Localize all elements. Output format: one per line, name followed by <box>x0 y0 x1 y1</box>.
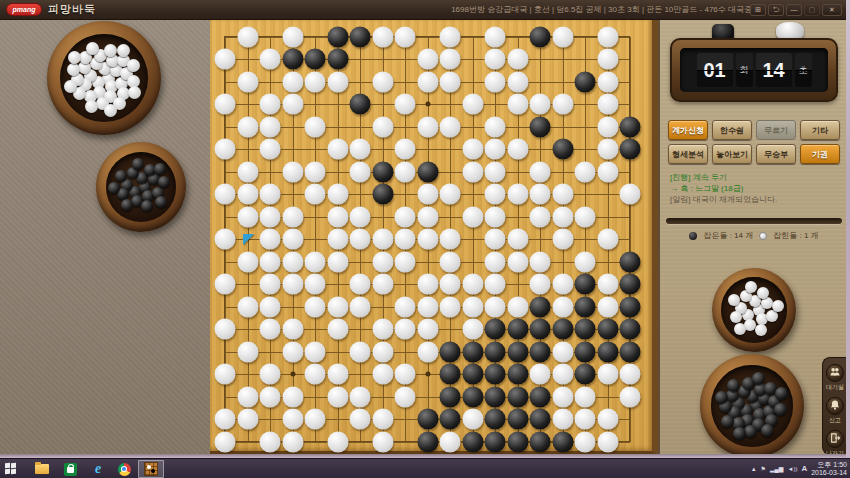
system-tray: ▲ ⚑ ▂▄▆ ◄)) A 오후 1:50 2016-03-14 <box>751 460 847 478</box>
bowl-stone-white <box>128 86 141 99</box>
white-stone <box>282 229 303 250</box>
white-stone <box>395 229 416 250</box>
leave-room-button[interactable] <box>826 430 844 448</box>
black-stone-bowl-left-inner <box>106 152 176 222</box>
white-stone <box>462 319 483 340</box>
white-stone <box>237 71 258 92</box>
white-stone <box>372 319 393 340</box>
bowl-stone-black <box>121 199 133 211</box>
bowl-stone-black <box>775 387 788 400</box>
clock-count-unit: 회 <box>736 53 753 87</box>
bowl-stone-black <box>141 200 153 212</box>
white-stone <box>282 26 303 47</box>
white-stone <box>282 161 303 182</box>
white-stone <box>327 296 348 317</box>
white-stone <box>597 364 618 385</box>
white-stone <box>237 116 258 137</box>
bowl-stone-white <box>104 104 117 117</box>
black-stone <box>552 431 573 452</box>
panel-divider <box>666 218 842 224</box>
white-stone <box>552 229 573 250</box>
clock-seconds-value: 14 <box>756 53 792 87</box>
popup-window-button[interactable]: ⊞ <box>750 4 766 16</box>
volume-icon[interactable]: ◄)) <box>787 465 797 473</box>
white-stone <box>350 409 371 430</box>
captured-by-black-label: 잡은돌 : 14 개 <box>703 230 753 241</box>
people-icon <box>829 364 841 382</box>
white-stone <box>597 431 618 452</box>
white-stone <box>372 409 393 430</box>
message-line: → 흑 : 느그말 (18급) <box>670 183 840 194</box>
star-point <box>290 372 295 377</box>
white-stone <box>597 161 618 182</box>
white-stone <box>417 116 438 137</box>
white-stone <box>305 296 326 317</box>
black-stone <box>530 26 551 47</box>
internet-explorer-icon[interactable]: e <box>86 461 110 477</box>
white-stone <box>395 364 416 385</box>
white-stone <box>350 161 371 182</box>
taskbar: e ▲ ⚑ ▂▄▆ ◄)) A 오후 1:50 2016-03-14 <box>0 458 850 478</box>
white-stone <box>260 229 281 250</box>
baduk-app-icon <box>144 462 158 476</box>
white-stone <box>282 319 303 340</box>
white-stone <box>327 229 348 250</box>
black-stone <box>372 161 393 182</box>
black-stone <box>485 431 506 452</box>
white-stone <box>305 364 326 385</box>
white-stone <box>350 229 371 250</box>
windows-store-icon[interactable] <box>58 461 82 477</box>
white-stone <box>372 71 393 92</box>
white-stone <box>372 229 393 250</box>
black-stone-bowl-left <box>96 142 186 232</box>
white-stone <box>282 94 303 115</box>
white-stone-bowl-right-inner <box>721 277 787 343</box>
analysis-button[interactable]: 형세분석 <box>668 144 708 164</box>
white-stone <box>575 386 596 407</box>
bowl-stone-black <box>132 158 144 170</box>
white-stone <box>237 341 258 362</box>
white-stone <box>372 116 393 137</box>
white-stone <box>440 184 461 205</box>
bowl-stone-white <box>772 300 784 312</box>
white-stone <box>507 296 528 317</box>
bowl-stone-black <box>774 403 787 416</box>
action-center-flag-icon[interactable]: ⚑ <box>761 465 766 473</box>
white-stone <box>530 94 551 115</box>
black-stone <box>530 341 551 362</box>
white-stone <box>462 206 483 227</box>
white-stone <box>395 26 416 47</box>
black-stone <box>597 341 618 362</box>
white-stone <box>575 206 596 227</box>
white-stone <box>485 296 506 317</box>
desktop-edge <box>846 0 850 458</box>
black-stone <box>552 139 573 160</box>
white-stone-icon <box>759 232 767 240</box>
white-stone <box>395 386 416 407</box>
white-stone <box>260 296 281 317</box>
white-stone <box>552 364 573 385</box>
white-stone <box>462 161 483 182</box>
black-stone <box>507 431 528 452</box>
white-stone <box>417 49 438 70</box>
white-stone <box>530 206 551 227</box>
draw-button[interactable]: 무승부 <box>756 144 796 164</box>
white-stone <box>260 94 281 115</box>
white-stone <box>530 274 551 295</box>
tray-clock[interactable]: 오후 1:50 2016-03-14 <box>811 461 847 477</box>
white-stone <box>237 161 258 182</box>
white-stone <box>215 319 236 340</box>
black-stone <box>530 431 551 452</box>
white-stone <box>417 229 438 250</box>
pass-button[interactable]: 한수쉼 <box>712 120 752 140</box>
white-stone <box>620 184 641 205</box>
action-button-grid: 계가신청 한수쉼 무르기 기타 형세분석 놓아보기 무승부 기권 <box>668 120 840 164</box>
move-cursor-marker <box>243 234 254 245</box>
bowl-stone-white <box>755 324 767 336</box>
left-panel <box>0 20 210 455</box>
clock-seconds-unit: 초 <box>795 53 812 87</box>
tray-expand-icon[interactable]: ▲ <box>751 465 757 473</box>
white-stone <box>327 251 348 272</box>
bowl-stone-white <box>67 63 80 76</box>
white-stone <box>485 161 506 182</box>
request-count-button[interactable]: 계가신청 <box>668 120 708 140</box>
white-stone <box>530 251 551 272</box>
white-stone <box>237 206 258 227</box>
white-stone <box>485 71 506 92</box>
black-stone <box>620 296 641 317</box>
white-stone <box>215 364 236 385</box>
white-stone <box>327 386 348 407</box>
ime-language-icon[interactable]: A <box>801 465 807 473</box>
black-stone <box>620 139 641 160</box>
white-stone <box>215 274 236 295</box>
white-stone <box>305 251 326 272</box>
white-stone <box>327 206 348 227</box>
tray-time-text: 오후 1:50 <box>811 461 847 469</box>
clock-face: 01 회 14 초 <box>680 48 828 92</box>
black-stone <box>552 319 573 340</box>
white-stone <box>440 71 461 92</box>
white-stone <box>552 296 573 317</box>
black-stone <box>620 274 641 295</box>
white-stone <box>215 94 236 115</box>
black-stone <box>350 26 371 47</box>
white-stone <box>305 184 326 205</box>
white-stone <box>507 71 528 92</box>
black-stone-icon <box>689 232 697 240</box>
black-stone-bowl-right <box>700 354 804 458</box>
network-icon[interactable]: ▂▄▆ <box>770 465 783 473</box>
white-stone <box>575 251 596 272</box>
white-stone <box>462 296 483 317</box>
white-stone <box>485 229 506 250</box>
white-stone <box>237 26 258 47</box>
white-stone <box>327 319 348 340</box>
white-stone <box>417 206 438 227</box>
black-stone <box>485 341 506 362</box>
white-stone <box>597 71 618 92</box>
start-button[interactable] <box>5 463 22 475</box>
bowl-stone-white <box>734 323 746 335</box>
white-stone <box>327 184 348 205</box>
white-stone <box>507 251 528 272</box>
white-stone <box>417 341 438 362</box>
game-info-bar: 1698번방 승강급대국 | 호선 | 덤6.5집 공제 | 30초 3회 | … <box>451 0 752 20</box>
white-stone <box>440 26 461 47</box>
white-stone <box>597 274 618 295</box>
white-stone <box>485 26 506 47</box>
white-stone <box>282 409 303 430</box>
white-stone <box>485 49 506 70</box>
file-explorer-icon[interactable] <box>30 461 54 477</box>
white-stone <box>260 206 281 227</box>
etc-button[interactable]: 기타 <box>800 120 840 140</box>
white-stone <box>350 139 371 160</box>
waiting-room-button[interactable] <box>826 364 844 382</box>
white-stone <box>327 71 348 92</box>
white-stone <box>282 71 303 92</box>
black-stone <box>530 409 551 430</box>
message-line: [알림] 대국이 재개되었습니다. <box>670 194 840 205</box>
white-stone <box>305 341 326 362</box>
minimize-button[interactable]: — <box>786 4 802 16</box>
black-stone <box>417 161 438 182</box>
white-stone <box>552 386 573 407</box>
title-bar: pmang 피망바둑 1698번방 승강급대국 | 호선 | 덤6.5집 공제 … <box>0 0 846 20</box>
star-point <box>425 102 430 107</box>
white-stone <box>305 116 326 137</box>
black-stone <box>462 364 483 385</box>
white-stone <box>305 71 326 92</box>
byoyomi-clock: 01 회 14 초 <box>670 38 838 102</box>
black-stone <box>327 26 348 47</box>
black-stone <box>530 296 551 317</box>
black-stone <box>507 319 528 340</box>
white-stone <box>597 49 618 70</box>
white-stone <box>327 364 348 385</box>
white-stone <box>260 251 281 272</box>
bowl-stone-white <box>766 310 778 322</box>
white-stone <box>260 139 281 160</box>
black-stone <box>530 319 551 340</box>
black-stone <box>327 49 348 70</box>
white-stone <box>260 431 281 452</box>
white-stone <box>620 386 641 407</box>
black-stone <box>530 116 551 137</box>
bell-icon <box>829 397 841 415</box>
white-stone <box>237 251 258 272</box>
black-stone <box>462 386 483 407</box>
white-stone <box>552 94 573 115</box>
white-stone <box>485 184 506 205</box>
maximize-button: ▢ <box>804 4 820 16</box>
white-stone <box>552 274 573 295</box>
black-stone <box>372 184 393 205</box>
white-stone <box>530 184 551 205</box>
go-board[interactable] <box>210 20 658 455</box>
white-stone <box>395 139 416 160</box>
white-stone <box>237 296 258 317</box>
message-line: [진행] 계속 두기 <box>670 172 840 183</box>
white-stone <box>417 319 438 340</box>
black-stone <box>507 409 528 430</box>
white-stone <box>395 251 416 272</box>
tray-date-text: 2016-03-14 <box>811 469 847 477</box>
white-stone <box>552 206 573 227</box>
white-stone <box>395 319 416 340</box>
white-stone <box>575 409 596 430</box>
white-stone-bowl-left <box>47 21 161 135</box>
bowl-stone-black <box>733 427 746 440</box>
bowl-stone-black <box>715 391 728 404</box>
black-stone <box>575 341 596 362</box>
black-stone <box>507 386 528 407</box>
black-stone <box>575 319 596 340</box>
black-stone <box>507 364 528 385</box>
black-stone <box>440 364 461 385</box>
waiting-room-label: 대기실 <box>823 383 847 392</box>
white-stone <box>440 116 461 137</box>
resign-button[interactable]: 기권 <box>800 144 840 164</box>
white-stone <box>440 229 461 250</box>
white-stone <box>282 274 303 295</box>
white-stone <box>372 364 393 385</box>
white-stone <box>350 206 371 227</box>
bowl-stone-black <box>154 163 166 175</box>
white-stone <box>282 251 303 272</box>
white-stone <box>485 274 506 295</box>
black-stone <box>485 386 506 407</box>
baduk-app-taskbar-button[interactable] <box>138 460 164 478</box>
white-stone <box>215 409 236 430</box>
black-stone <box>620 116 641 137</box>
white-stone <box>350 386 371 407</box>
white-stone <box>260 386 281 407</box>
white-stone <box>462 94 483 115</box>
report-label: 신고 <box>823 416 847 425</box>
white-stone <box>575 161 596 182</box>
black-stone <box>485 409 506 430</box>
white-stone <box>327 431 348 452</box>
white-stone <box>237 386 258 407</box>
bowl-stone-white <box>730 311 742 323</box>
white-stone <box>597 296 618 317</box>
white-stone <box>620 364 641 385</box>
pmang-logo: pmang <box>6 3 42 16</box>
white-stone <box>282 386 303 407</box>
black-stone <box>620 319 641 340</box>
white-stone <box>552 184 573 205</box>
bowl-stone-white <box>64 80 77 93</box>
black-stone <box>485 319 506 340</box>
screen: pmang 피망바둑 1698번방 승강급대국 | 호선 | 덤6.5집 공제 … <box>0 0 850 478</box>
black-stone <box>417 409 438 430</box>
black-stone-bowl-right-inner <box>711 365 792 446</box>
exit-icon <box>829 430 841 448</box>
bowl-stone-black <box>108 182 120 194</box>
white-stone <box>260 274 281 295</box>
white-stone <box>237 184 258 205</box>
white-stone <box>440 49 461 70</box>
white-stone <box>530 364 551 385</box>
white-stone <box>507 184 528 205</box>
right-panel: 01 회 14 초 계가신청 한수쉼 무르기 기타 형세분석 놓아보기 무승부 … <box>658 20 846 455</box>
black-stone <box>462 341 483 362</box>
bowl-stone-white <box>745 281 757 293</box>
black-stone <box>575 71 596 92</box>
white-stone <box>350 341 371 362</box>
white-stone <box>597 26 618 47</box>
white-stone <box>215 139 236 160</box>
white-stone-bowl-left-inner <box>60 34 149 123</box>
white-stone <box>485 139 506 160</box>
bowl-stone-black <box>761 424 774 437</box>
bowl-stone-white <box>127 59 140 72</box>
white-stone <box>417 71 438 92</box>
white-stone <box>597 94 618 115</box>
white-stone <box>462 274 483 295</box>
white-stone <box>260 116 281 137</box>
black-stone <box>440 386 461 407</box>
bowl-stone-black <box>744 425 757 438</box>
white-stone <box>305 274 326 295</box>
white-stone <box>552 341 573 362</box>
white-stone <box>597 229 618 250</box>
white-stone <box>305 409 326 430</box>
chrome-icon[interactable] <box>112 461 136 477</box>
white-stone <box>395 206 416 227</box>
clock-count-value: 01 <box>697 53 733 87</box>
black-stone <box>597 319 618 340</box>
black-stone <box>530 386 551 407</box>
bowl-stone-black <box>158 176 170 188</box>
bowl-stone-black <box>155 196 167 208</box>
white-stone <box>552 26 573 47</box>
close-button[interactable]: ✕ <box>822 4 842 16</box>
white-stone <box>417 296 438 317</box>
black-stone <box>575 364 596 385</box>
try-moves-button[interactable]: 놓아보기 <box>712 144 752 164</box>
bowl-stone-white <box>757 287 769 299</box>
white-stone <box>395 161 416 182</box>
white-stone <box>350 296 371 317</box>
white-stone <box>305 161 326 182</box>
white-stone <box>417 274 438 295</box>
white-stone <box>260 184 281 205</box>
white-stone <box>395 94 416 115</box>
white-stone <box>440 431 461 452</box>
white-stone <box>350 274 371 295</box>
black-stone <box>350 94 371 115</box>
white-stone <box>507 94 528 115</box>
white-stone <box>282 206 303 227</box>
white-stone <box>282 431 303 452</box>
white-stone <box>372 274 393 295</box>
report-button[interactable] <box>826 397 844 415</box>
white-stone <box>597 409 618 430</box>
white-stone <box>260 319 281 340</box>
detach-window-button[interactable]: ⮌ <box>768 4 784 16</box>
edge-sidebar: 대기실 신고 나가기 <box>822 357 846 455</box>
white-stone <box>215 184 236 205</box>
capture-counts: 잡은돌 : 14 개 잡힌돌 : 1 개 <box>660 230 848 241</box>
app-title: 피망바둑 <box>48 2 96 17</box>
